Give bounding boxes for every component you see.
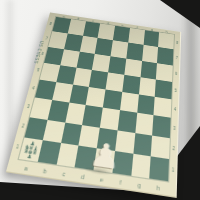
photo-scene: abcdefgh abcdefgh 87654321 87654321 US C… <box>0 0 200 200</box>
rank-label: 3 <box>170 118 179 139</box>
rank-label: 6 <box>172 65 180 83</box>
chess-board: abcdefgh abcdefgh 87654321 87654321 US C… <box>30 3 180 183</box>
square-h1 <box>149 156 169 181</box>
logo-glyph-row: ♟ <box>27 153 33 158</box>
rank-label: 5 <box>171 82 179 101</box>
square-h2 <box>151 135 170 159</box>
square-h3 <box>152 115 170 137</box>
square-g1 <box>131 153 151 178</box>
white-pawn-piece: ♟ <box>88 138 122 175</box>
vinyl-board-mat: abcdefgh abcdefgh 87654321 87654321 US C… <box>6 12 181 197</box>
square-f4 <box>120 92 139 113</box>
file-label: h <box>148 178 168 196</box>
square-g4 <box>137 94 155 115</box>
square-e1: ♟ <box>93 148 114 173</box>
file-label: g <box>129 176 149 194</box>
rank-label: 8 <box>173 35 181 51</box>
square-g3 <box>135 113 154 135</box>
rank-label: 7 <box>173 49 181 66</box>
square-g2 <box>133 133 152 157</box>
square-h4 <box>154 97 172 118</box>
rank-label: 4 <box>171 99 180 119</box>
square-f3 <box>117 110 136 132</box>
rank-label: 1 <box>168 159 178 183</box>
rank-label: 2 <box>169 138 178 160</box>
